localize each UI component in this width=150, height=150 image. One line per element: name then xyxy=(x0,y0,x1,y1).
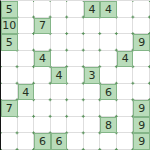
cell-r4c4[interactable] xyxy=(51,51,68,68)
cell-r9c8[interactable] xyxy=(117,133,134,150)
cell-r9c1[interactable] xyxy=(1,133,18,150)
cell-r7c1-clue: 7 xyxy=(1,100,18,117)
cell-r1c8[interactable] xyxy=(117,1,134,18)
cell-r2c8[interactable] xyxy=(117,18,134,35)
cell-r8c1[interactable] xyxy=(1,117,18,134)
cell-r6c9[interactable] xyxy=(133,84,150,101)
cell-r8c9-clue: 9 xyxy=(133,117,150,134)
cell-r9c9-clue: 9 xyxy=(133,133,150,150)
cell-r2c6[interactable] xyxy=(84,18,101,35)
cell-r8c6[interactable] xyxy=(84,117,101,134)
cell-r4c8-clue: 4 xyxy=(117,51,134,68)
cell-r5c7[interactable] xyxy=(100,67,117,84)
cell-r3c3[interactable] xyxy=(34,34,51,51)
cell-r3c4[interactable] xyxy=(51,34,68,51)
cell-r2c9[interactable] xyxy=(133,18,150,35)
cell-r4c3-clue: 4 xyxy=(34,51,51,68)
cell-r7c9-clue: 9 xyxy=(133,100,150,117)
cell-r4c5[interactable] xyxy=(67,51,84,68)
cell-r1c5[interactable] xyxy=(67,1,84,18)
cell-r5c4-clue: 4 xyxy=(51,67,68,84)
cell-r4c9[interactable] xyxy=(133,51,150,68)
cell-r4c2[interactable] xyxy=(18,51,35,68)
cell-r9c6[interactable] xyxy=(84,133,101,150)
cell-r3c2[interactable] xyxy=(18,34,35,51)
cell-r8c3[interactable] xyxy=(34,117,51,134)
cell-r7c3[interactable] xyxy=(34,100,51,117)
fillomino-board: 544107594443467989669 xyxy=(0,0,150,150)
cell-r9c4-clue: 6 xyxy=(51,133,68,150)
cell-r6c2-clue: 4 xyxy=(18,84,35,101)
cell-r2c4[interactable] xyxy=(51,18,68,35)
cell-r5c6-clue: 3 xyxy=(84,67,101,84)
cell-r3c6[interactable] xyxy=(84,34,101,51)
cell-r1c9[interactable] xyxy=(133,1,150,18)
cell-r9c2[interactable] xyxy=(18,133,35,150)
cell-r7c6[interactable] xyxy=(84,100,101,117)
cell-r9c5[interactable] xyxy=(67,133,84,150)
cell-r2c3-clue: 7 xyxy=(34,18,51,35)
cell-r7c8[interactable] xyxy=(117,100,134,117)
cell-r3c8[interactable] xyxy=(117,34,134,51)
cell-r6c6[interactable] xyxy=(84,84,101,101)
cell-r1c6-clue: 4 xyxy=(84,1,101,18)
cell-r7c5[interactable] xyxy=(67,100,84,117)
cell-r3c7[interactable] xyxy=(100,34,117,51)
cell-r5c5[interactable] xyxy=(67,67,84,84)
cell-r8c2[interactable] xyxy=(18,117,35,134)
cell-r3c5[interactable] xyxy=(67,34,84,51)
cell-r2c2[interactable] xyxy=(18,18,35,35)
cell-r8c5[interactable] xyxy=(67,117,84,134)
cell-r8c4[interactable] xyxy=(51,117,68,134)
cell-r6c8[interactable] xyxy=(117,84,134,101)
cell-r2c7[interactable] xyxy=(100,18,117,35)
cell-r6c3[interactable] xyxy=(34,84,51,101)
cell-r4c6[interactable] xyxy=(84,51,101,68)
cell-r3c1-clue: 5 xyxy=(1,34,18,51)
cell-r1c3[interactable] xyxy=(34,1,51,18)
cell-r8c7-clue: 8 xyxy=(100,117,117,134)
cell-r9c3-clue: 6 xyxy=(34,133,51,150)
cell-r3c9-clue: 9 xyxy=(133,34,150,51)
cell-r1c1-clue: 5 xyxy=(1,1,18,18)
cell-r6c5[interactable] xyxy=(67,84,84,101)
cell-r7c4[interactable] xyxy=(51,100,68,117)
cell-r7c7[interactable] xyxy=(100,100,117,117)
cell-r1c7-clue: 4 xyxy=(100,1,117,18)
cell-r5c2[interactable] xyxy=(18,67,35,84)
cell-r5c8[interactable] xyxy=(117,67,134,84)
cell-r5c9[interactable] xyxy=(133,67,150,84)
cell-r6c7-clue: 6 xyxy=(100,84,117,101)
cell-r1c2[interactable] xyxy=(18,1,35,18)
cell-r4c7[interactable] xyxy=(100,51,117,68)
cell-r9c7[interactable] xyxy=(100,133,117,150)
cell-r5c3[interactable] xyxy=(34,67,51,84)
cell-r8c8[interactable] xyxy=(117,117,134,134)
cell-r2c1-clue: 10 xyxy=(1,18,18,35)
cell-r5c1[interactable] xyxy=(1,67,18,84)
cell-r6c1[interactable] xyxy=(1,84,18,101)
cell-r2c5[interactable] xyxy=(67,18,84,35)
cell-r4c1[interactable] xyxy=(1,51,18,68)
cell-r6c4[interactable] xyxy=(51,84,68,101)
cell-r1c4[interactable] xyxy=(51,1,68,18)
cell-r7c2[interactable] xyxy=(18,100,35,117)
